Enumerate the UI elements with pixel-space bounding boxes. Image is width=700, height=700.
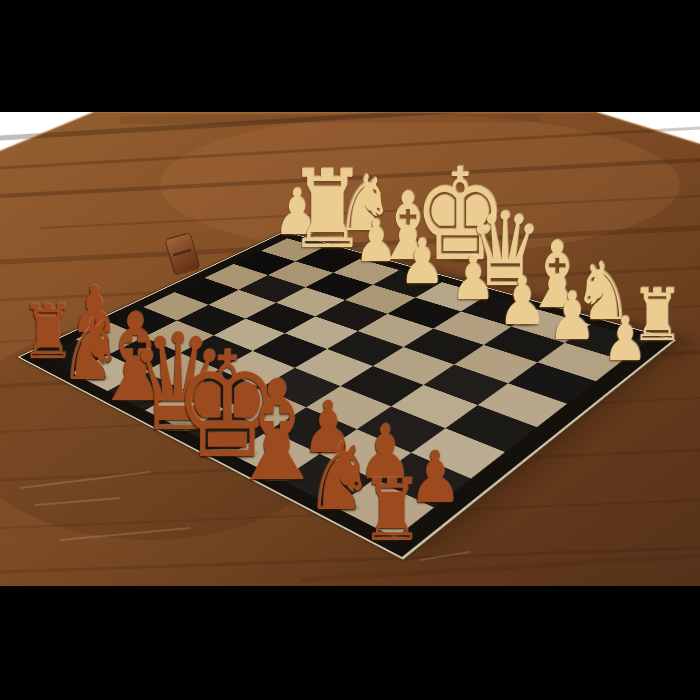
- bottom-letterbox: [0, 586, 700, 700]
- light-pawn: ♟: [548, 278, 597, 355]
- light-pawn: ♟: [451, 243, 496, 313]
- light-pawn: ♟: [498, 263, 547, 340]
- light-pawn: ♟: [399, 225, 445, 298]
- chess-set-photo: ♞♟♜♝♚♟♟♛♟♝♞♟♟♟♜♜♟♞♝♛♟♚♝♟♟♞♜: [0, 0, 700, 700]
- dark-rook: ♜: [361, 461, 424, 560]
- light-pawn: ♟: [355, 207, 398, 275]
- top-letterbox: [0, 0, 700, 112]
- light-pawn: ♟: [603, 304, 648, 374]
